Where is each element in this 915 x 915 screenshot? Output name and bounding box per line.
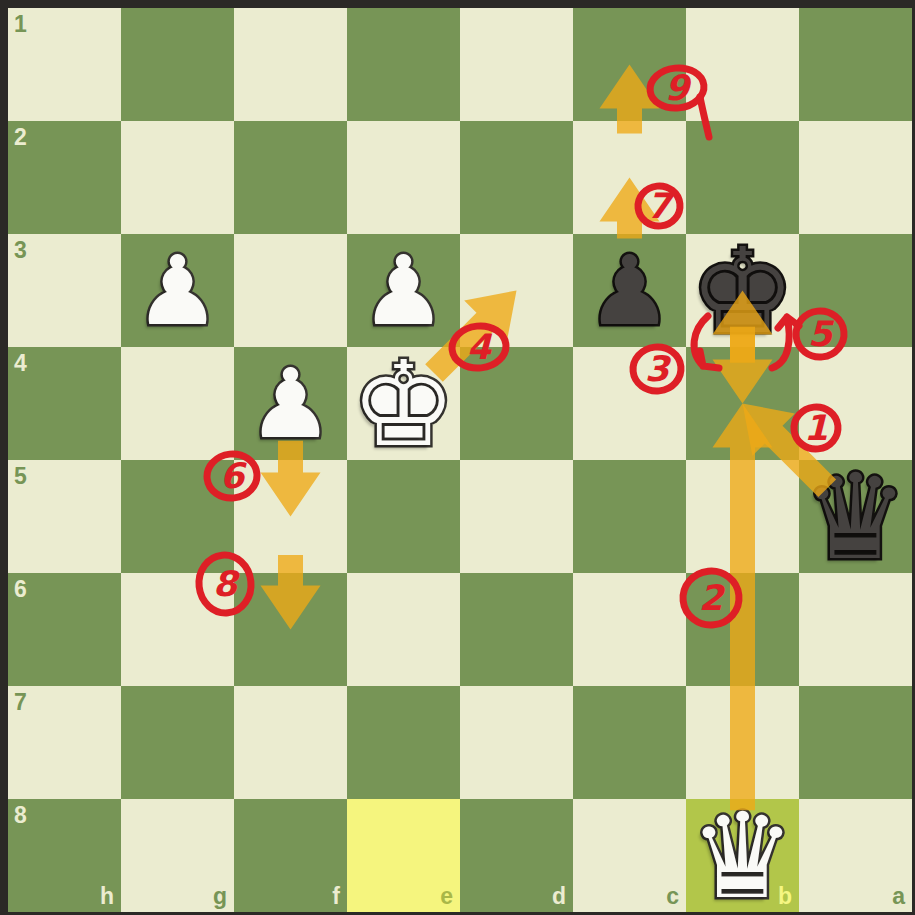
square-h3[interactable]: 3: [8, 234, 121, 347]
square-e1[interactable]: [347, 8, 460, 121]
rank-label-1: 1: [14, 13, 27, 36]
chess-board: 12345678hgfedcba: [8, 8, 912, 912]
square-b2[interactable]: [686, 121, 799, 234]
square-a5[interactable]: [799, 460, 912, 573]
square-d8[interactable]: d: [460, 799, 573, 912]
square-b8[interactable]: b: [686, 799, 799, 912]
square-d1[interactable]: [460, 8, 573, 121]
square-c4[interactable]: [573, 347, 686, 460]
square-b7[interactable]: [686, 686, 799, 799]
square-c1[interactable]: [573, 8, 686, 121]
square-b6[interactable]: [686, 573, 799, 686]
square-b3[interactable]: [686, 234, 799, 347]
file-label-h: h: [100, 885, 114, 908]
square-a7[interactable]: [799, 686, 912, 799]
square-f3[interactable]: [234, 234, 347, 347]
square-d3[interactable]: [460, 234, 573, 347]
rank-label-3: 3: [14, 239, 27, 262]
square-g6[interactable]: [121, 573, 234, 686]
square-a8[interactable]: a: [799, 799, 912, 912]
square-b1[interactable]: [686, 8, 799, 121]
square-d7[interactable]: [460, 686, 573, 799]
square-e6[interactable]: [347, 573, 460, 686]
square-a4[interactable]: [799, 347, 912, 460]
square-h4[interactable]: 4: [8, 347, 121, 460]
chess-board-stage: 12345678hgfedcba ♛♚♟♟♟♚♟♛ 974351268: [0, 0, 915, 915]
square-g8[interactable]: g: [121, 799, 234, 912]
file-label-c: c: [666, 885, 679, 908]
square-h5[interactable]: 5: [8, 460, 121, 573]
square-g2[interactable]: [121, 121, 234, 234]
square-d2[interactable]: [460, 121, 573, 234]
file-label-b: b: [778, 885, 792, 908]
square-g1[interactable]: [121, 8, 234, 121]
square-c2[interactable]: [573, 121, 686, 234]
square-c5[interactable]: [573, 460, 686, 573]
square-c6[interactable]: [573, 573, 686, 686]
square-d5[interactable]: [460, 460, 573, 573]
square-d6[interactable]: [460, 573, 573, 686]
file-label-f: f: [332, 885, 340, 908]
square-e4[interactable]: [347, 347, 460, 460]
file-label-e: e: [440, 885, 453, 908]
square-g4[interactable]: [121, 347, 234, 460]
square-e7[interactable]: [347, 686, 460, 799]
square-g3[interactable]: [121, 234, 234, 347]
square-f7[interactable]: [234, 686, 347, 799]
square-e2[interactable]: [347, 121, 460, 234]
rank-label-4: 4: [14, 352, 27, 375]
square-e5[interactable]: [347, 460, 460, 573]
square-e8[interactable]: e: [347, 799, 460, 912]
rank-label-5: 5: [14, 465, 27, 488]
square-h1[interactable]: 1: [8, 8, 121, 121]
square-h7[interactable]: 7: [8, 686, 121, 799]
square-a1[interactable]: [799, 8, 912, 121]
square-c8[interactable]: c: [573, 799, 686, 912]
rank-label-7: 7: [14, 691, 27, 714]
square-f1[interactable]: [234, 8, 347, 121]
square-f2[interactable]: [234, 121, 347, 234]
square-c7[interactable]: [573, 686, 686, 799]
square-b4[interactable]: [686, 347, 799, 460]
square-f5[interactable]: [234, 460, 347, 573]
square-g7[interactable]: [121, 686, 234, 799]
square-c3[interactable]: [573, 234, 686, 347]
square-f4[interactable]: [234, 347, 347, 460]
square-a2[interactable]: [799, 121, 912, 234]
file-label-g: g: [213, 885, 227, 908]
square-f6[interactable]: [234, 573, 347, 686]
square-h8[interactable]: 8h: [8, 799, 121, 912]
square-a6[interactable]: [799, 573, 912, 686]
square-d4[interactable]: [460, 347, 573, 460]
rank-label-2: 2: [14, 126, 27, 149]
rank-label-8: 8: [14, 804, 27, 827]
square-a3[interactable]: [799, 234, 912, 347]
square-h6[interactable]: 6: [8, 573, 121, 686]
file-label-d: d: [552, 885, 566, 908]
square-h2[interactable]: 2: [8, 121, 121, 234]
square-e3[interactable]: [347, 234, 460, 347]
square-g5[interactable]: [121, 460, 234, 573]
square-b5[interactable]: [686, 460, 799, 573]
file-label-a: a: [892, 885, 905, 908]
rank-label-6: 6: [14, 578, 27, 601]
square-f8[interactable]: f: [234, 799, 347, 912]
